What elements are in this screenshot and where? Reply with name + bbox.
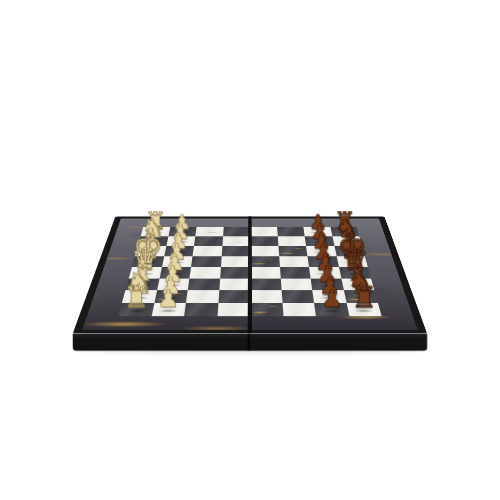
product-photo: ♜♟♟♜♞♟♟♞♝♟♟♝♚♟♟♚♛♟♟♛♝♟♟♝♞♟♟♞♜♟♟♜	[0, 0, 500, 500]
brown-rook-glyph: ♜	[342, 283, 386, 312]
fold-seam-notch	[248, 333, 250, 350]
chessboard: ♜♟♟♜♞♟♟♞♝♟♟♝♚♟♟♚♛♟♟♛♝♟♟♝♞♟♟♞♜♟♟♜	[73, 217, 427, 334]
frame-front-face	[73, 333, 427, 350]
white-pawn-glyph: ♟	[146, 287, 190, 311]
pieces-layer: ♜♟♟♜♞♟♟♞♝♟♟♝♚♟♟♚♛♟♟♛♝♟♟♝♞♟♟♞♜♟♟♜	[73, 217, 427, 334]
